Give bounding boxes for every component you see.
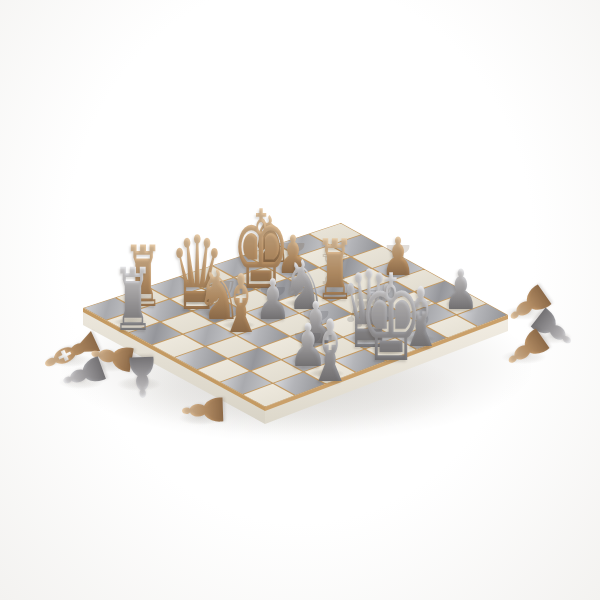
chess-piece-wood-bishop-c5: ♝ [220,264,262,345]
captured-piece-wood-pawn: ♟ [175,391,232,429]
chess-piece-silver-pawn-h2: ♟ [443,263,479,319]
chess-piece-silver-bishop-c1: ♝ [307,308,352,394]
product-photo-scene: ♜♞♛♚♟♟♞♞♝♜♜♟♟♜♞♟♟♟♟♟♟♛♛♚♝♝♝♟ ♝♟♟♟♟♟♟♟ [0,0,600,600]
chess-piece-silver-king-e1: ♚ [359,259,424,379]
chess-piece-silver-rook-a7: ♜ [113,256,153,343]
captured-piece-silver-pawn: ♟ [123,347,161,404]
